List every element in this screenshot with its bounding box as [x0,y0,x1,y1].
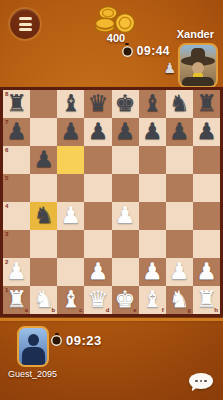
square-b8[interactable] [30,90,57,118]
player-bottom-timer: 09:23 [51,333,102,348]
piece-white-pawn: ♟ [142,260,163,283]
square-b2[interactable] [30,258,57,286]
file-label: a [25,307,28,313]
square-g6[interactable] [166,146,193,174]
square-c5[interactable] [57,174,84,202]
square-g2[interactable]: ♟ [166,258,193,286]
board-squares: 8♜♝♛♚♝♞♜7♟♟♟♟♟♟♟6♟54♞♟♟32♟♟♟♟♟1a♜b♞c♝d♛e… [3,90,220,314]
square-e8[interactable]: ♚ [112,90,139,118]
board-bottom-trim [0,318,223,321]
square-a3[interactable]: 3 [3,230,30,258]
file-label: c [79,307,82,313]
square-a8[interactable]: 8♜ [3,90,30,118]
piece-black-pawn: ♟ [115,120,136,143]
rank-label: 7 [5,119,8,125]
piece-black-rook: ♜ [196,92,217,115]
file-label: d [106,307,110,313]
square-g7[interactable]: ♟ [166,118,193,146]
piece-black-pawn: ♟ [169,120,190,143]
square-b6[interactable]: ♟ [30,146,57,174]
square-f5[interactable] [139,174,166,202]
square-a5[interactable]: 5 [3,174,30,202]
piece-black-pawn: ♟ [61,120,82,143]
square-d4[interactable] [84,202,111,230]
square-f7[interactable]: ♟ [139,118,166,146]
rank-label: 6 [5,147,8,153]
square-a1[interactable]: 1a♜ [3,286,30,314]
square-h8[interactable]: ♜ [193,90,220,118]
square-h4[interactable] [193,202,220,230]
piece-white-pawn: ♟ [61,204,82,227]
square-g4[interactable] [166,202,193,230]
square-d1[interactable]: d♛ [84,286,111,314]
coins-amount: 400 [90,32,142,44]
piece-black-pawn: ♟ [196,120,217,143]
square-d3[interactable] [84,230,111,258]
square-b7[interactable] [30,118,57,146]
square-d7[interactable]: ♟ [84,118,111,146]
piece-white-pawn: ♟ [169,260,190,283]
file-label: e [133,307,136,313]
square-d5[interactable] [84,174,111,202]
player-top-time: 09:44 [137,44,170,58]
player-bottom-name: Guest_2095 [8,369,68,379]
square-e1[interactable]: e♚ [112,286,139,314]
square-g5[interactable] [166,174,193,202]
piece-black-pawn: ♟ [33,148,54,171]
square-e5[interactable] [112,174,139,202]
player-top-side-pawn-icon: ♟ [163,61,176,75]
square-d6[interactable] [84,146,111,174]
square-c2[interactable] [57,258,84,286]
square-a2[interactable]: 2♟ [3,258,30,286]
square-c3[interactable] [57,230,84,258]
square-g1[interactable]: g♞ [166,286,193,314]
square-h3[interactable] [193,230,220,258]
piece-black-bishop: ♝ [142,92,163,115]
piece-white-pawn: ♟ [88,260,109,283]
chess-app-screen: 400 Xander 09:44 ♟ 8♜♝♛♚♝♞♜7♟♟♟♟♟♟♟6♟54♞… [0,0,223,400]
piece-black-pawn: ♟ [88,120,109,143]
square-f6[interactable] [139,146,166,174]
piece-white-rook: ♜ [6,288,27,311]
square-f2[interactable]: ♟ [139,258,166,286]
piece-black-bishop: ♝ [61,92,82,115]
rank-label: 5 [5,175,8,181]
square-e6[interactable] [112,146,139,174]
stopwatch-icon [51,335,62,346]
rank-label: 3 [5,231,8,237]
square-c1[interactable]: c♝ [57,286,84,314]
piece-black-knight: ♞ [169,92,190,115]
rank-label: 1 [5,287,8,293]
file-label: g [187,307,191,313]
silhouette-shoulders [22,347,45,365]
square-h5[interactable] [193,174,220,202]
chat-button[interactable] [189,372,215,390]
square-h1[interactable]: h♜ [193,286,220,314]
square-e2[interactable] [112,258,139,286]
chat-bubble-icon [189,373,213,389]
piece-white-king: ♚ [115,288,136,311]
square-a6[interactable]: 6 [3,146,30,174]
piece-black-king: ♚ [115,92,136,115]
piece-white-bishop: ♝ [61,288,82,311]
square-h6[interactable] [193,146,220,174]
file-label: h [214,307,218,313]
chess-board: 8♜♝♛♚♝♞♜7♟♟♟♟♟♟♟6♟54♞♟♟32♟♟♟♟♟1a♜b♞c♝d♛e… [0,87,223,317]
square-e7[interactable]: ♟ [112,118,139,146]
square-c7[interactable]: ♟ [57,118,84,146]
rank-label: 2 [5,259,8,265]
square-c8[interactable]: ♝ [57,90,84,118]
square-d2[interactable]: ♟ [84,258,111,286]
square-c4[interactable]: ♟ [57,202,84,230]
rank-label: 4 [5,203,8,209]
square-a7[interactable]: 7♟ [3,118,30,146]
piece-black-pawn: ♟ [142,120,163,143]
square-c6[interactable] [57,146,84,174]
file-label: b [52,307,56,313]
piece-black-rook: ♜ [6,92,27,115]
piece-white-pawn: ♟ [6,260,27,283]
piece-white-pawn: ♟ [196,260,217,283]
file-label: f [162,307,164,313]
square-h7[interactable]: ♟ [193,118,220,146]
player-top-timer: 09:44 [122,44,170,58]
square-b4[interactable]: ♞ [30,202,57,230]
player-bottom-time: 09:23 [66,333,102,348]
square-a4[interactable]: 4 [3,202,30,230]
player-top-avatar [178,43,218,88]
square-f3[interactable] [139,230,166,258]
square-g8[interactable]: ♞ [166,90,193,118]
square-f1[interactable]: f♝ [139,286,166,314]
piece-black-knight: ♞ [33,204,54,227]
rank-label: 8 [5,91,8,97]
square-g3[interactable] [166,230,193,258]
coins-icon [90,4,142,34]
square-b3[interactable] [30,230,57,258]
menu-button[interactable] [10,9,40,39]
square-b5[interactable] [30,174,57,202]
piece-black-queen: ♛ [88,92,109,115]
piece-white-bishop: ♝ [142,288,163,311]
player-top-name: Xander [177,28,214,40]
square-f4[interactable] [139,202,166,230]
square-e4[interactable]: ♟ [112,202,139,230]
coins-balance: 400 [90,4,142,44]
player-bottom-avatar [17,326,49,367]
silhouette-head [28,334,39,346]
square-f8[interactable]: ♝ [139,90,166,118]
piece-black-pawn: ♟ [6,120,27,143]
square-e3[interactable] [112,230,139,258]
square-h2[interactable]: ♟ [193,258,220,286]
square-b1[interactable]: b♞ [30,286,57,314]
piece-white-pawn: ♟ [115,204,136,227]
square-d8[interactable]: ♛ [84,90,111,118]
stopwatch-icon [122,46,133,57]
